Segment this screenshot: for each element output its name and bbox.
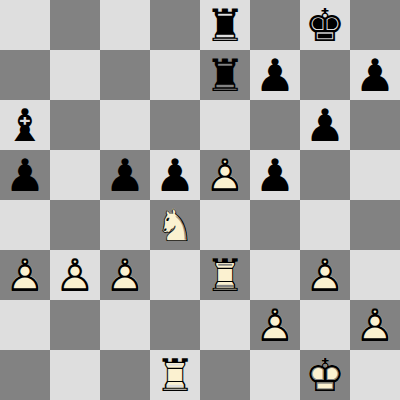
piece-black-rook: ♜ (200, 50, 250, 100)
square-d8[interactable] (150, 0, 200, 50)
square-g5[interactable] (300, 150, 350, 200)
square-g1[interactable]: ♚♔ (300, 350, 350, 400)
square-f1[interactable] (250, 350, 300, 400)
black-bishop-glyph: ♝ (0, 100, 50, 150)
piece-black-king: ♚ (300, 0, 350, 50)
piece-white-pawn: ♟♙ (250, 300, 300, 350)
square-f7[interactable]: ♟ (250, 50, 300, 100)
piece-black-pawn: ♟ (350, 50, 400, 100)
square-g7[interactable] (300, 50, 350, 100)
white-pawn-outline-glyph: ♙ (100, 250, 150, 300)
piece-white-pawn: ♟♙ (50, 250, 100, 300)
square-a2[interactable] (0, 300, 50, 350)
square-d6[interactable] (150, 100, 200, 150)
square-a4[interactable] (0, 200, 50, 250)
square-c7[interactable] (100, 50, 150, 100)
white-rook-outline-glyph: ♖ (150, 350, 200, 400)
square-b2[interactable] (50, 300, 100, 350)
square-f6[interactable] (250, 100, 300, 150)
piece-white-pawn: ♟♙ (100, 250, 150, 300)
black-pawn-glyph: ♟ (0, 150, 50, 200)
piece-white-rook: ♜♖ (200, 250, 250, 300)
piece-black-pawn: ♟ (300, 100, 350, 150)
piece-black-pawn: ♟ (250, 50, 300, 100)
square-f3[interactable] (250, 250, 300, 300)
piece-white-pawn: ♟♙ (200, 150, 250, 200)
white-pawn-outline-glyph: ♙ (0, 250, 50, 300)
square-e2[interactable] (200, 300, 250, 350)
square-h1[interactable] (350, 350, 400, 400)
white-pawn-outline-glyph: ♙ (200, 150, 250, 200)
square-h2[interactable]: ♟♙ (350, 300, 400, 350)
piece-black-pawn: ♟ (150, 150, 200, 200)
square-h6[interactable] (350, 100, 400, 150)
square-b3[interactable]: ♟♙ (50, 250, 100, 300)
square-e3[interactable]: ♜♖ (200, 250, 250, 300)
black-pawn-glyph: ♟ (150, 150, 200, 200)
square-a5[interactable]: ♟ (0, 150, 50, 200)
square-d3[interactable] (150, 250, 200, 300)
black-king-glyph: ♚ (300, 0, 350, 50)
piece-black-rook: ♜ (200, 0, 250, 50)
black-pawn-glyph: ♟ (300, 100, 350, 150)
piece-black-bishop: ♝ (0, 100, 50, 150)
square-f4[interactable] (250, 200, 300, 250)
square-f2[interactable]: ♟♙ (250, 300, 300, 350)
piece-black-pawn: ♟ (0, 150, 50, 200)
square-g8[interactable]: ♚ (300, 0, 350, 50)
black-pawn-glyph: ♟ (100, 150, 150, 200)
white-pawn-outline-glyph: ♙ (250, 300, 300, 350)
square-f5[interactable]: ♟ (250, 150, 300, 200)
square-a1[interactable] (0, 350, 50, 400)
square-e5[interactable]: ♟♙ (200, 150, 250, 200)
square-c3[interactable]: ♟♙ (100, 250, 150, 300)
square-f8[interactable] (250, 0, 300, 50)
square-g2[interactable] (300, 300, 350, 350)
square-c4[interactable] (100, 200, 150, 250)
black-rook-glyph: ♜ (200, 0, 250, 50)
square-b8[interactable] (50, 0, 100, 50)
white-pawn-outline-glyph: ♙ (350, 300, 400, 350)
piece-black-pawn: ♟ (250, 150, 300, 200)
square-e7[interactable]: ♜ (200, 50, 250, 100)
square-e6[interactable] (200, 100, 250, 150)
piece-white-rook: ♜♖ (150, 350, 200, 400)
square-d1[interactable]: ♜♖ (150, 350, 200, 400)
white-pawn-outline-glyph: ♙ (50, 250, 100, 300)
square-h4[interactable] (350, 200, 400, 250)
square-c6[interactable] (100, 100, 150, 150)
white-pawn-outline-glyph: ♙ (300, 250, 350, 300)
white-rook-outline-glyph: ♖ (200, 250, 250, 300)
square-b4[interactable] (50, 200, 100, 250)
piece-white-pawn: ♟♙ (350, 300, 400, 350)
square-e1[interactable] (200, 350, 250, 400)
square-a6[interactable]: ♝ (0, 100, 50, 150)
square-h8[interactable] (350, 0, 400, 50)
square-h3[interactable] (350, 250, 400, 300)
black-pawn-glyph: ♟ (350, 50, 400, 100)
square-b6[interactable] (50, 100, 100, 150)
black-rook-glyph: ♜ (200, 50, 250, 100)
square-g4[interactable] (300, 200, 350, 250)
white-king-outline-glyph: ♔ (300, 350, 350, 400)
square-a3[interactable]: ♟♙ (0, 250, 50, 300)
square-h5[interactable] (350, 150, 400, 200)
square-c1[interactable] (100, 350, 150, 400)
square-c5[interactable]: ♟ (100, 150, 150, 200)
square-h7[interactable]: ♟ (350, 50, 400, 100)
square-g6[interactable]: ♟ (300, 100, 350, 150)
square-d4[interactable]: ♞♘ (150, 200, 200, 250)
black-pawn-glyph: ♟ (250, 50, 300, 100)
black-pawn-glyph: ♟ (250, 150, 300, 200)
square-g3[interactable]: ♟♙ (300, 250, 350, 300)
square-b7[interactable] (50, 50, 100, 100)
square-b1[interactable] (50, 350, 100, 400)
piece-white-king: ♚♔ (300, 350, 350, 400)
square-e8[interactable]: ♜ (200, 0, 250, 50)
square-d2[interactable] (150, 300, 200, 350)
square-e4[interactable] (200, 200, 250, 250)
white-knight-outline-glyph: ♘ (150, 200, 200, 250)
square-a7[interactable] (0, 50, 50, 100)
square-c2[interactable] (100, 300, 150, 350)
square-d5[interactable]: ♟ (150, 150, 200, 200)
piece-white-knight: ♞♘ (150, 200, 200, 250)
square-a8[interactable] (0, 0, 50, 50)
square-b5[interactable] (50, 150, 100, 200)
chess-board: ♜♚♜♟♟♝♟♟♟♟♟♙♟♞♘♟♙♟♙♟♙♜♖♟♙♟♙♟♙♜♖♚♔ (0, 0, 400, 400)
piece-white-pawn: ♟♙ (300, 250, 350, 300)
square-c8[interactable] (100, 0, 150, 50)
piece-black-pawn: ♟ (100, 150, 150, 200)
piece-white-pawn: ♟♙ (0, 250, 50, 300)
square-d7[interactable] (150, 50, 200, 100)
